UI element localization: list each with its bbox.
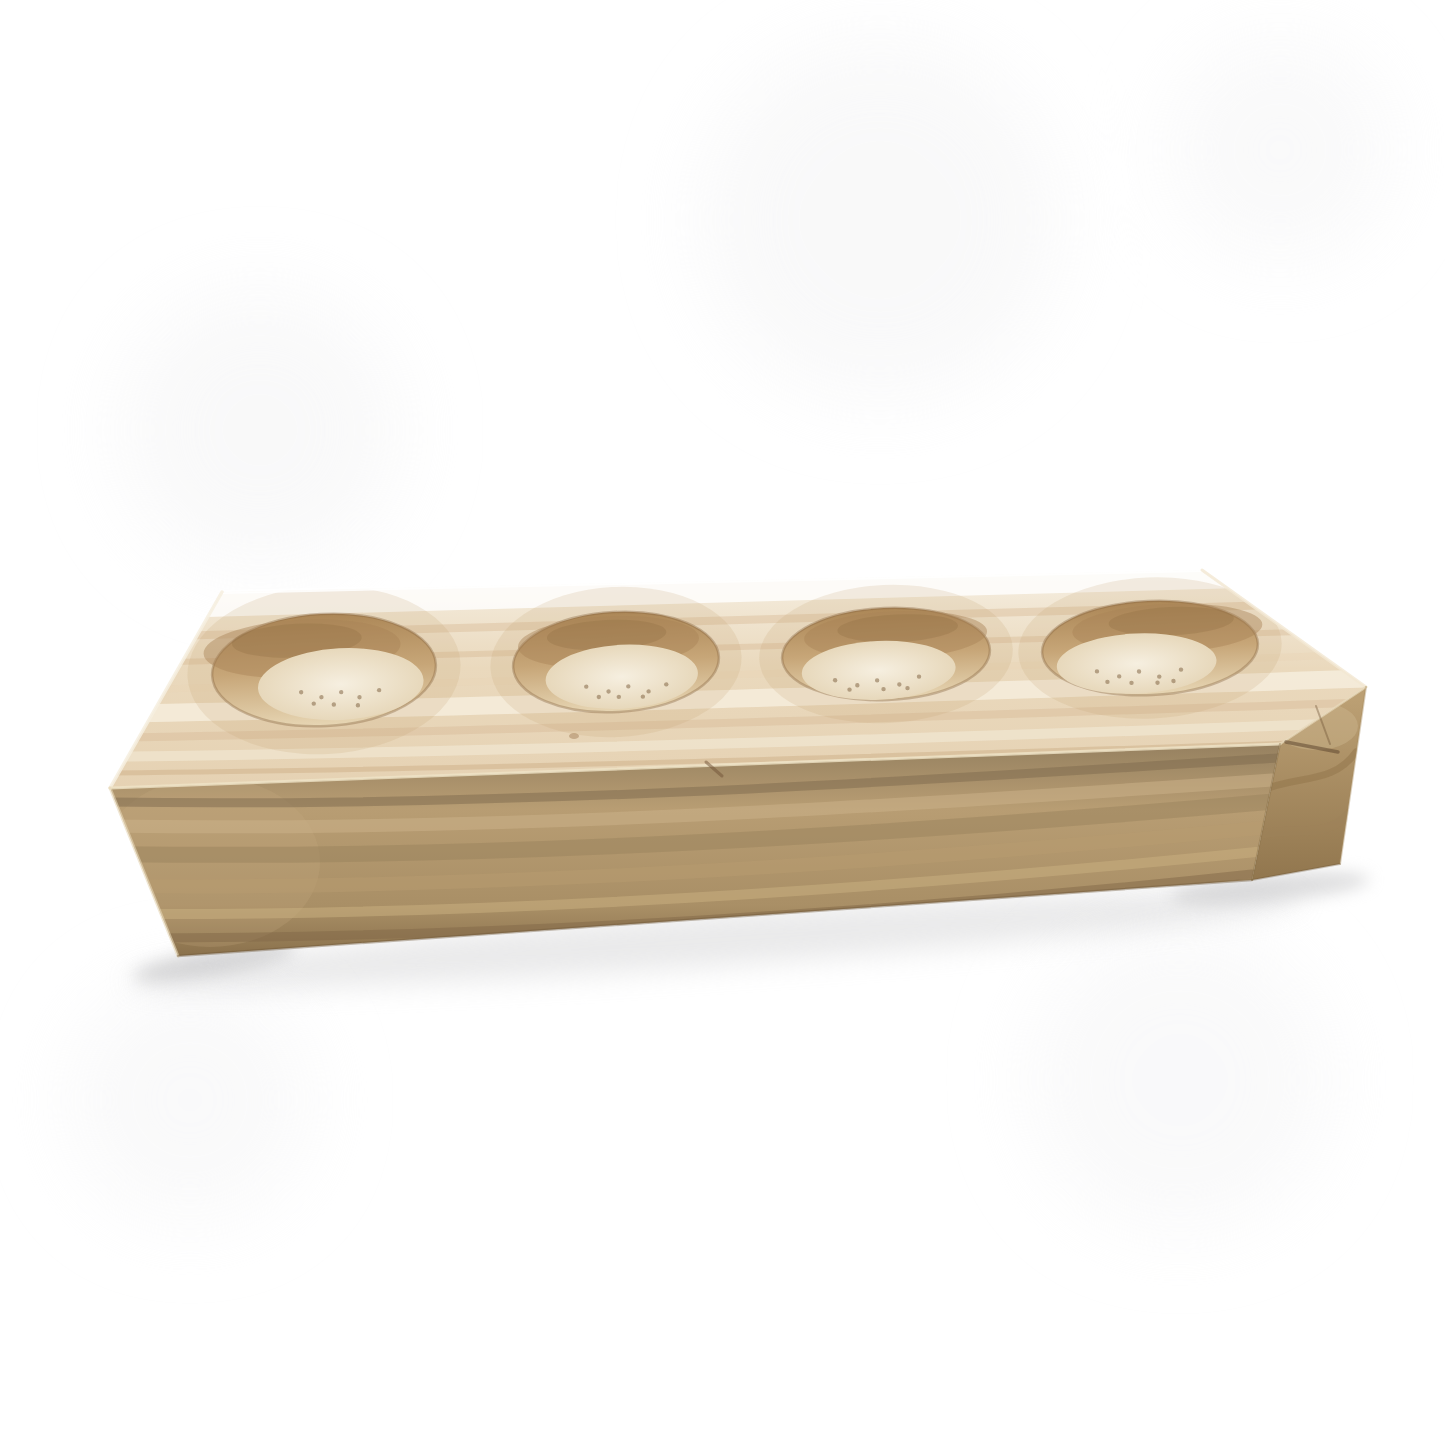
candle-holder-illustration xyxy=(0,0,1445,1445)
product-photo xyxy=(0,0,1445,1445)
